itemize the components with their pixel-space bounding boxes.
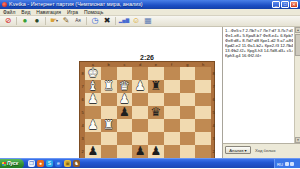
font-letters-glyph: Aя	[75, 16, 80, 25]
engine-black-ball-glyph: ●	[35, 16, 40, 25]
square-f7[interactable]	[164, 80, 180, 93]
square-d6[interactable]	[132, 93, 148, 106]
close-button[interactable]: ✕	[290, 1, 298, 8]
square-d7[interactable]: ♟	[132, 80, 148, 93]
white-rook: ♜	[103, 80, 114, 93]
menu-item-navigation[interactable]: Навигация	[36, 9, 61, 15]
square-g2[interactable]	[180, 145, 196, 158]
square-d4[interactable]	[132, 119, 148, 132]
window-app-icon[interactable]: ❐	[28, 160, 35, 167]
square-f4[interactable]	[164, 119, 180, 132]
status-text: Ход белых	[255, 148, 276, 153]
square-b4[interactable]: ♜	[101, 119, 117, 132]
square-g7[interactable]	[180, 80, 196, 93]
analysis-move-list: 1...Фе5:с7 2.Лb7:с7 Ле7:d7 3.Лс7:d7 е2-е…	[225, 28, 293, 58]
board-grid-icon[interactable]: ▦	[143, 16, 153, 25]
font-letters-icon[interactable]: Aя	[73, 16, 83, 25]
white-pawn: ♟	[87, 119, 98, 132]
rank-label-6: 6	[211, 93, 216, 106]
square-e5[interactable]: ♛	[148, 106, 164, 119]
black-rook: ♜	[150, 80, 161, 93]
square-c4[interactable]	[117, 119, 133, 132]
pencil-edit-icon[interactable]: ✎	[61, 16, 71, 25]
cross-icon[interactable]: ✖	[102, 16, 112, 25]
windows-logo-icon	[2, 162, 6, 166]
square-g3[interactable]	[180, 132, 196, 145]
square-e7[interactable]: ♜	[148, 80, 164, 93]
toolbar: ⊘●●☛▾✎Aя◷✖▂▅▇☺▦	[0, 16, 300, 27]
square-f5[interactable]	[164, 106, 180, 119]
white-pawn: ♟	[87, 93, 98, 106]
chess-app-icon[interactable]: ♞	[73, 160, 80, 167]
taskbar: Пуск ❐●Se▣♞ RU	[0, 158, 300, 168]
engine-white-ball-icon[interactable]: ●	[20, 16, 30, 25]
hand-move-icon[interactable]: ☛▾	[49, 16, 59, 25]
analysis-bottom-bar: Анализ ▾ Ход белых	[222, 143, 300, 158]
square-h7[interactable]	[195, 80, 211, 93]
dropdown-arrow-icon[interactable]: ▾	[56, 16, 58, 25]
menu-item-game[interactable]: Игра	[67, 9, 78, 15]
square-g8[interactable]	[180, 67, 196, 80]
toolbar-separator	[86, 17, 87, 25]
black-queen: ♛	[150, 106, 161, 119]
analysis-panel[interactable]: 1...Фе5:с7 2.Лb7:с7 Ле7:d7 3.Лс7:d7 е2-е…	[222, 27, 300, 143]
window-title: Kvetka - Интернет партия (Чемпионат мира…	[9, 0, 272, 9]
square-f3[interactable]	[164, 132, 180, 145]
toolbar-separator	[45, 17, 46, 25]
analysis-scrollbar[interactable]: ▲ ▼	[294, 27, 300, 143]
menu-item-help[interactable]: Помощь	[84, 9, 103, 15]
square-g6[interactable]	[180, 93, 196, 106]
square-b7[interactable]: ♜	[101, 80, 117, 93]
white-pawn: ♟	[135, 80, 146, 93]
square-c3[interactable]	[117, 132, 133, 145]
clock-glyph: ◷	[92, 16, 99, 25]
menu-item-file[interactable]: Файл	[3, 9, 15, 15]
firefox-icon[interactable]: ●	[37, 160, 44, 167]
square-g5[interactable]	[180, 106, 196, 119]
square-e4[interactable]	[148, 119, 164, 132]
maximize-button[interactable]: □	[281, 1, 289, 8]
cross-glyph: ✖	[104, 16, 111, 25]
black-pawn: ♟	[119, 106, 130, 119]
tray-icon[interactable]	[285, 162, 289, 166]
skype-icon[interactable]: S	[46, 160, 53, 167]
square-b3[interactable]	[101, 132, 117, 145]
start-button[interactable]: Пуск	[0, 159, 24, 169]
system-tray: RU	[274, 159, 300, 168]
analysis-line: Крh3-g4 16.Фf2-f4×	[225, 53, 293, 58]
toolbar-separator	[16, 17, 17, 25]
tray-icon[interactable]	[290, 162, 294, 166]
square-a6[interactable]: ♟	[85, 93, 101, 106]
engine-black-ball-icon[interactable]: ●	[32, 16, 42, 25]
stop-icon[interactable]: ⊘	[3, 16, 13, 25]
quick-launch: ❐●Se▣♞	[28, 160, 80, 167]
square-b2[interactable]	[101, 145, 117, 158]
square-h8[interactable]	[195, 67, 211, 80]
minimize-button[interactable]: _	[272, 1, 280, 8]
analysis-line: 13.Фb2-f2+ Крg3-h3 14.Лd8-d3+ c5-c4 15.Л…	[225, 48, 293, 53]
board-grid-glyph: ▦	[144, 16, 152, 25]
stop-glyph: ⊘	[5, 16, 12, 25]
chess-board[interactable]: ♚♝♜♛♟♜♟♟♟♛♟♜♟♟♟♚	[85, 67, 211, 168]
square-h4[interactable]	[195, 119, 211, 132]
board-frame: abcdefgh abcdefgh 87654321 87654321 ♚♝♜♛…	[79, 61, 215, 168]
analysis-line: Фе8:d8+ 8.Лd7:d8 Крe1-d2 9.а7-а8Ф а2-а1Ф…	[225, 38, 293, 43]
analysis-line: Крd2-е2 11.Фа1-b2+ Кре2-f3 12.Лb4-f4+ Кр…	[225, 43, 293, 48]
start-label: Пуск	[7, 161, 18, 166]
square-h6[interactable]	[195, 93, 211, 106]
smiley-glyph: ☺	[132, 16, 140, 25]
analysis-line: 1...Фе5:с7 2.Лb7:с7 Ле7:d7 3.Лс7:d7 е2-е…	[225, 28, 293, 33]
rank-label-4: 4	[211, 119, 216, 132]
rank-label-3: 3	[211, 132, 216, 145]
rank-label-7: 7	[211, 80, 216, 93]
square-h3[interactable]	[195, 132, 211, 145]
chart-icon[interactable]: ▂▅▇	[119, 16, 129, 25]
title-bar: Kvetka - Интернет партия (Чемпионат мира…	[0, 0, 300, 9]
black-pawn: ♟	[135, 145, 146, 158]
rank-label-2: 2	[211, 145, 216, 158]
rank-label-5: 5	[211, 106, 216, 119]
square-a4[interactable]: ♟	[85, 119, 101, 132]
app-icon	[2, 2, 7, 7]
square-g4[interactable]	[180, 119, 196, 132]
square-f6[interactable]	[164, 93, 180, 106]
chart-glyph: ▂▅▇	[119, 16, 129, 25]
square-b6[interactable]	[101, 93, 117, 106]
folder-icon[interactable]: ▣	[64, 160, 71, 167]
rank-labels-right: 87654321	[211, 67, 216, 168]
analysis-mode-button[interactable]: Анализ ▾	[225, 146, 251, 154]
scroll-up-arrow[interactable]: ▲	[295, 27, 300, 33]
pencil-edit-glyph: ✎	[63, 16, 70, 25]
square-a2[interactable]: ♟	[85, 145, 101, 158]
ie-icon[interactable]: e	[55, 160, 62, 167]
engine-white-ball-glyph: ●	[23, 16, 28, 25]
square-h2[interactable]	[195, 145, 211, 158]
square-c5[interactable]: ♟	[117, 106, 133, 119]
scrollbar-thumb[interactable]	[295, 34, 300, 56]
clock-icon[interactable]: ◷	[90, 16, 100, 25]
white-rook: ♜	[103, 119, 114, 132]
toolbar-separator	[115, 17, 116, 25]
board-panel: 2:26 abcdefgh abcdefgh 87654321 87654321…	[0, 27, 221, 158]
analysis-line: Фе1-е8+ 5.Крa8-b7 Фе8-е4+ 6.Крb7-b8 Фе4-…	[225, 33, 293, 38]
square-d2[interactable]: ♟	[132, 145, 148, 158]
square-f2[interactable]	[164, 145, 180, 158]
language-indicator[interactable]: RU	[277, 162, 283, 167]
square-f8[interactable]	[164, 67, 180, 80]
square-c2[interactable]	[117, 145, 133, 158]
black-clock: 2:26	[117, 54, 177, 61]
square-d5[interactable]	[132, 106, 148, 119]
menu-item-view[interactable]: Вид	[21, 9, 30, 15]
square-h5[interactable]	[195, 106, 211, 119]
black-pawn: ♟	[87, 145, 98, 158]
rank-label-8: 8	[211, 67, 216, 80]
smiley-icon[interactable]: ☺	[131, 16, 141, 25]
